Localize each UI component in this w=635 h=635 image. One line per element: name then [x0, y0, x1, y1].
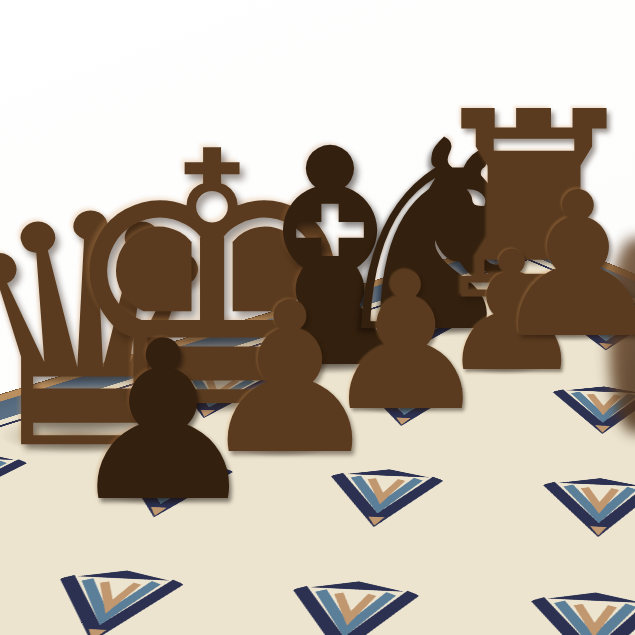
photo-scene: ♛♚♝♞♜♟♟♟♟♟ — [0, 0, 635, 635]
piece-pawn-h2[interactable]: ♟ — [488, 166, 635, 366]
pieces-layer: ♛♚♝♞♜♟♟♟♟♟ — [0, 0, 635, 635]
pawn-glyph: ♟ — [488, 166, 635, 366]
